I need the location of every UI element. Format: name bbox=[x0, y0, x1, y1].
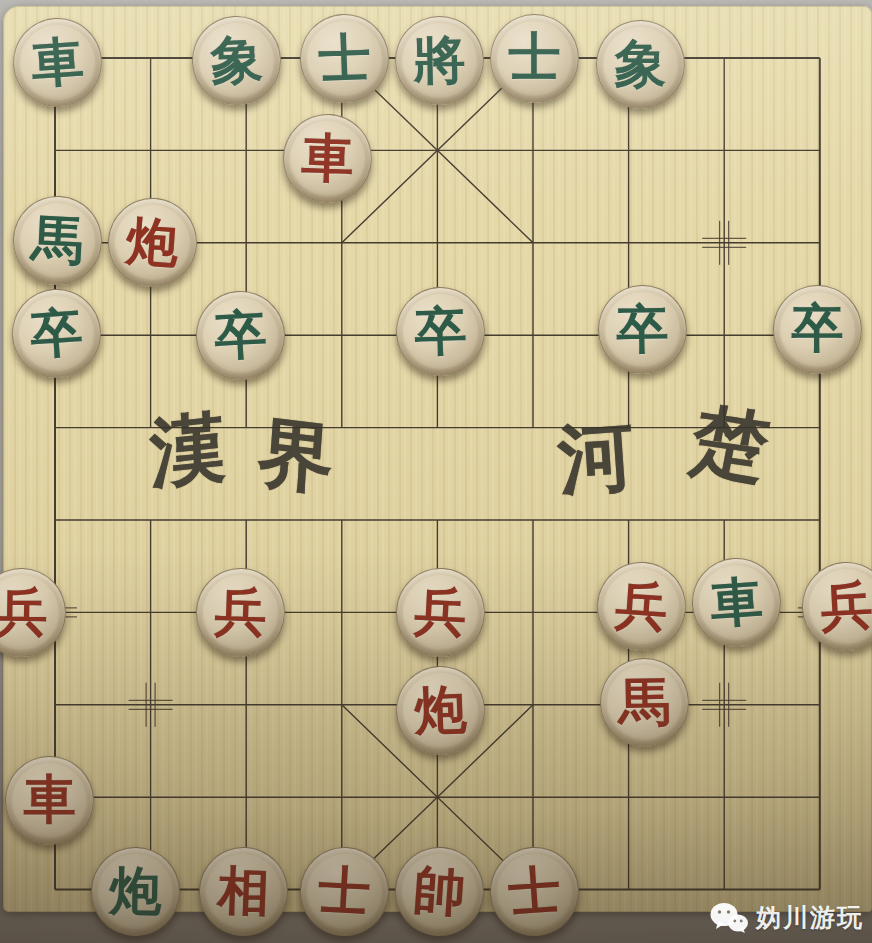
piece-glyph: 兵 bbox=[413, 584, 468, 639]
board-point-d4[interactable] bbox=[294, 566, 390, 658]
board-point-a4[interactable]: 兵 bbox=[7, 566, 103, 658]
piece-red-cannon[interactable]: 炮 bbox=[105, 195, 200, 290]
board-point-c10[interactable]: 象 bbox=[198, 12, 294, 104]
board-point-i9[interactable] bbox=[772, 104, 868, 196]
piece-glyph: 兵 bbox=[214, 585, 268, 639]
board-point-i10[interactable] bbox=[772, 12, 868, 104]
piece-red-soldier[interactable]: 兵 bbox=[393, 566, 487, 660]
board-point-h6[interactable] bbox=[676, 382, 772, 474]
piece-black-soldier[interactable]: 卒 bbox=[394, 285, 486, 377]
board-point-e2[interactable] bbox=[389, 751, 485, 843]
board-point-e8[interactable] bbox=[389, 197, 485, 289]
piece-red-soldier[interactable]: 兵 bbox=[594, 559, 689, 654]
piece-black-elephant[interactable]: 象 bbox=[190, 13, 284, 107]
piece-glyph: 帥 bbox=[411, 863, 467, 919]
piece-glyph: 車 bbox=[709, 574, 765, 630]
piece-glyph: 馬 bbox=[31, 213, 86, 268]
board-point-e1[interactable]: 帥 bbox=[389, 844, 485, 936]
piece-red-soldier[interactable]: 兵 bbox=[0, 567, 67, 658]
board-point-c8[interactable] bbox=[198, 197, 294, 289]
board-point-a7[interactable]: 卒 bbox=[7, 289, 103, 381]
piece-black-soldier[interactable]: 卒 bbox=[773, 285, 862, 374]
piece-glyph: 相 bbox=[217, 864, 271, 918]
board-point-a10[interactable]: 車 bbox=[7, 12, 103, 104]
piece-red-advisor[interactable]: 士 bbox=[298, 845, 392, 939]
board-point-h8[interactable] bbox=[676, 197, 772, 289]
board-point-d5[interactable] bbox=[294, 474, 390, 566]
wechat-icon bbox=[709, 902, 749, 934]
board-point-h10[interactable] bbox=[676, 12, 772, 104]
board-point-h7[interactable] bbox=[676, 289, 772, 381]
piece-glyph: 士 bbox=[509, 31, 561, 83]
board-point-g6[interactable] bbox=[581, 382, 677, 474]
board-point-g9[interactable] bbox=[581, 104, 677, 196]
watermark: 妫川游玩 bbox=[709, 901, 864, 934]
board-point-a8[interactable]: 馬 bbox=[7, 197, 103, 289]
board-grid: 車象士將士象車馬炮卒卒卒卒卒兵兵兵兵車兵炮馬車炮相士帥士 bbox=[7, 12, 867, 936]
board-point-b4[interactable] bbox=[103, 566, 199, 658]
board-point-g7[interactable]: 卒 bbox=[581, 289, 677, 381]
piece-glyph: 炮 bbox=[413, 683, 467, 737]
board-point-b5[interactable] bbox=[103, 474, 199, 566]
board-point-h9[interactable] bbox=[676, 104, 772, 196]
board-point-b9[interactable] bbox=[103, 104, 199, 196]
board-point-e10[interactable]: 將 bbox=[389, 12, 485, 104]
board-point-g4[interactable]: 兵 bbox=[581, 566, 677, 658]
piece-glyph: 兵 bbox=[614, 578, 670, 634]
board-point-h2[interactable] bbox=[676, 751, 772, 843]
board-point-d7[interactable] bbox=[294, 289, 390, 381]
board-point-e4[interactable]: 兵 bbox=[389, 566, 485, 658]
piece-black-horse[interactable]: 馬 bbox=[11, 194, 105, 288]
board-point-i6[interactable] bbox=[772, 382, 868, 474]
piece-black-advisor[interactable]: 士 bbox=[490, 14, 579, 103]
board-point-c7[interactable]: 卒 bbox=[198, 289, 294, 381]
board-point-b7[interactable] bbox=[103, 289, 199, 381]
board-point-g5[interactable] bbox=[581, 474, 677, 566]
board-point-h4[interactable]: 車 bbox=[676, 566, 772, 658]
board-point-a1[interactable] bbox=[7, 844, 103, 936]
board-point-d9[interactable]: 車 bbox=[294, 104, 390, 196]
board-point-d3[interactable] bbox=[294, 659, 390, 751]
board-point-b10[interactable] bbox=[103, 12, 199, 104]
piece-red-soldier[interactable]: 兵 bbox=[195, 567, 287, 659]
piece-black-advisor[interactable]: 士 bbox=[299, 12, 391, 104]
piece-red-soldier[interactable]: 兵 bbox=[800, 560, 872, 654]
piece-glyph: 卒 bbox=[616, 302, 669, 355]
watermark-text: 妫川游玩 bbox=[756, 901, 864, 934]
board-point-f9[interactable] bbox=[485, 104, 581, 196]
piece-glyph: 將 bbox=[413, 33, 466, 86]
piece-glyph: 兵 bbox=[819, 578, 872, 633]
board-point-g8[interactable] bbox=[581, 197, 677, 289]
board-point-i3[interactable] bbox=[772, 659, 868, 751]
board-point-f8[interactable] bbox=[485, 197, 581, 289]
piece-glyph: 卒 bbox=[214, 307, 269, 362]
board-point-f4[interactable] bbox=[485, 566, 581, 658]
board-point-e7[interactable]: 卒 bbox=[389, 289, 485, 381]
board-point-d2[interactable] bbox=[294, 751, 390, 843]
piece-black-chariot[interactable]: 車 bbox=[689, 555, 784, 650]
board-point-f2[interactable] bbox=[485, 751, 581, 843]
board-point-f5[interactable] bbox=[485, 474, 581, 566]
board-point-e5[interactable] bbox=[389, 474, 485, 566]
board-point-c5[interactable] bbox=[198, 474, 294, 566]
board-point-c1[interactable]: 相 bbox=[198, 844, 294, 936]
board-point-f10[interactable]: 士 bbox=[485, 12, 581, 104]
piece-glyph: 炮 bbox=[125, 214, 181, 270]
piece-glyph: 車 bbox=[30, 33, 86, 89]
piece-black-soldier[interactable]: 卒 bbox=[597, 284, 688, 375]
piece-glyph: 馬 bbox=[618, 675, 671, 728]
piece-glyph: 車 bbox=[24, 773, 76, 825]
board-point-b8[interactable]: 炮 bbox=[103, 197, 199, 289]
board-point-g10[interactable]: 象 bbox=[581, 12, 677, 104]
board-point-d6[interactable] bbox=[294, 382, 390, 474]
board-point-i5[interactable] bbox=[772, 474, 868, 566]
board-point-i2[interactable] bbox=[772, 751, 868, 843]
board-point-e9[interactable] bbox=[389, 104, 485, 196]
board-point-c3[interactable] bbox=[198, 659, 294, 751]
piece-black-soldier[interactable]: 卒 bbox=[9, 286, 104, 381]
board-point-b1[interactable]: 炮 bbox=[103, 844, 199, 936]
board-point-c9[interactable] bbox=[198, 104, 294, 196]
piece-glyph: 象 bbox=[614, 37, 667, 90]
board-point-c2[interactable] bbox=[198, 751, 294, 843]
piece-glyph: 卒 bbox=[413, 303, 467, 357]
board-point-g2[interactable] bbox=[581, 751, 677, 843]
piece-black-chariot[interactable]: 車 bbox=[10, 15, 105, 110]
piece-red-general[interactable]: 帥 bbox=[392, 844, 487, 939]
board-point-i4[interactable]: 兵 bbox=[772, 566, 868, 658]
board-point-b6[interactable] bbox=[103, 382, 199, 474]
board-point-h3[interactable] bbox=[676, 659, 772, 751]
piece-glyph: 象 bbox=[210, 32, 265, 87]
piece-red-advisor[interactable]: 士 bbox=[487, 844, 582, 939]
piece-red-chariot[interactable]: 車 bbox=[5, 756, 94, 845]
board-point-i7[interactable]: 卒 bbox=[772, 289, 868, 381]
board-point-b3[interactable] bbox=[103, 659, 199, 751]
board-point-g3[interactable]: 馬 bbox=[581, 659, 677, 751]
board-point-c6[interactable] bbox=[198, 382, 294, 474]
board-point-a2[interactable]: 車 bbox=[7, 751, 103, 843]
piece-glyph: 卒 bbox=[29, 305, 85, 361]
board-point-a9[interactable] bbox=[7, 104, 103, 196]
board-point-d10[interactable]: 士 bbox=[294, 12, 390, 104]
board-point-d8[interactable] bbox=[294, 197, 390, 289]
board-point-a3[interactable] bbox=[7, 659, 103, 751]
piece-black-elephant[interactable]: 象 bbox=[595, 19, 686, 110]
piece-glyph: 卒 bbox=[792, 302, 844, 354]
piece-glyph: 車 bbox=[301, 131, 355, 185]
piece-black-soldier[interactable]: 卒 bbox=[194, 289, 288, 383]
board-point-i8[interactable] bbox=[772, 197, 868, 289]
piece-glyph: 士 bbox=[507, 863, 563, 919]
piece-red-chariot[interactable]: 車 bbox=[282, 113, 374, 205]
board-point-f7[interactable] bbox=[485, 289, 581, 381]
piece-glyph: 士 bbox=[318, 30, 372, 84]
board-point-e3[interactable]: 炮 bbox=[389, 659, 485, 751]
piece-glyph: 炮 bbox=[109, 864, 162, 917]
board-point-f3[interactable] bbox=[485, 659, 581, 751]
piece-red-cannon[interactable]: 炮 bbox=[394, 665, 486, 757]
board-point-a5[interactable] bbox=[7, 474, 103, 566]
board-point-h5[interactable] bbox=[676, 474, 772, 566]
piece-black-general[interactable]: 將 bbox=[394, 15, 485, 106]
board-point-g1[interactable] bbox=[581, 844, 677, 936]
piece-black-cannon[interactable]: 炮 bbox=[90, 846, 181, 937]
board-point-d1[interactable]: 士 bbox=[294, 844, 390, 936]
piece-glyph: 士 bbox=[317, 863, 372, 918]
board-point-f1[interactable]: 士 bbox=[485, 844, 581, 936]
board-point-c4[interactable]: 兵 bbox=[198, 566, 294, 658]
board-point-b2[interactable] bbox=[103, 751, 199, 843]
piece-glyph: 兵 bbox=[0, 585, 48, 638]
board-point-e6[interactable] bbox=[389, 382, 485, 474]
board-point-f6[interactable] bbox=[485, 382, 581, 474]
board-point-a6[interactable] bbox=[7, 382, 103, 474]
piece-red-elephant[interactable]: 相 bbox=[198, 846, 290, 938]
